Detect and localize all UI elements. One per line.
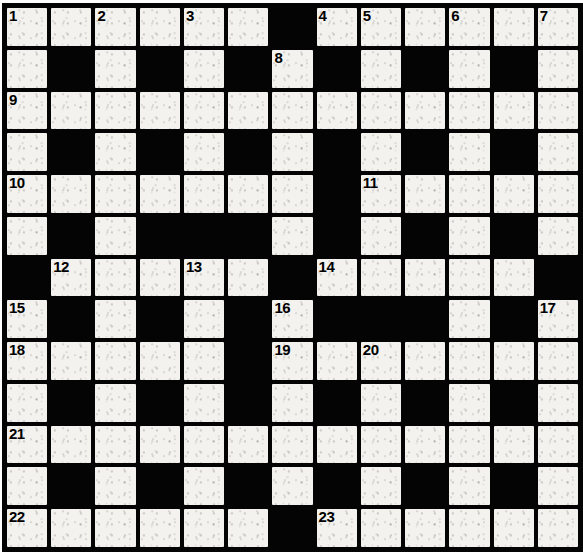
black-square xyxy=(494,384,534,422)
white-square[interactable] xyxy=(405,426,445,464)
black-square xyxy=(184,217,224,255)
white-square[interactable] xyxy=(95,217,135,255)
black-square xyxy=(140,217,180,255)
white-square[interactable] xyxy=(228,92,268,130)
white-square[interactable] xyxy=(361,467,401,505)
white-square[interactable] xyxy=(538,92,578,130)
white-square[interactable]: 2 xyxy=(95,8,135,46)
white-square[interactable]: 20 xyxy=(361,342,401,380)
white-square[interactable] xyxy=(272,175,312,213)
white-square[interactable] xyxy=(272,467,312,505)
white-square[interactable] xyxy=(272,217,312,255)
black-square xyxy=(405,133,445,171)
white-square[interactable] xyxy=(95,175,135,213)
white-square[interactable] xyxy=(449,259,489,297)
black-square xyxy=(494,300,534,338)
white-square[interactable]: 3 xyxy=(184,8,224,46)
white-square[interactable] xyxy=(449,133,489,171)
white-square[interactable] xyxy=(494,509,534,547)
black-square xyxy=(228,384,268,422)
black-square xyxy=(228,50,268,88)
clue-number: 11 xyxy=(363,175,378,191)
clue-number: 23 xyxy=(319,509,335,525)
white-square[interactable] xyxy=(494,259,534,297)
black-square xyxy=(494,50,534,88)
white-square[interactable] xyxy=(405,92,445,130)
white-square[interactable] xyxy=(184,509,224,547)
white-square[interactable]: 5 xyxy=(361,8,401,46)
black-square xyxy=(405,217,445,255)
white-square[interactable] xyxy=(95,384,135,422)
clue-number: 16 xyxy=(274,300,290,316)
white-square[interactable]: 22 xyxy=(7,509,47,547)
white-square[interactable] xyxy=(449,300,489,338)
white-square[interactable] xyxy=(361,426,401,464)
white-square[interactable] xyxy=(361,259,401,297)
white-square[interactable]: 6 xyxy=(449,8,489,46)
white-square[interactable] xyxy=(140,342,180,380)
white-square[interactable]: 21 xyxy=(7,426,47,464)
clue-number: 9 xyxy=(9,92,17,108)
white-square[interactable] xyxy=(361,384,401,422)
white-square[interactable] xyxy=(494,8,534,46)
white-square[interactable] xyxy=(538,217,578,255)
white-square[interactable] xyxy=(272,426,312,464)
black-square xyxy=(361,300,401,338)
white-square[interactable] xyxy=(538,133,578,171)
white-square[interactable] xyxy=(538,426,578,464)
white-square[interactable] xyxy=(494,426,534,464)
white-square[interactable]: 9 xyxy=(7,92,47,130)
black-square xyxy=(140,384,180,422)
black-square xyxy=(272,259,312,297)
white-square[interactable] xyxy=(140,259,180,297)
black-square xyxy=(405,50,445,88)
white-square[interactable] xyxy=(184,50,224,88)
clue-number: 17 xyxy=(540,300,556,316)
white-square[interactable] xyxy=(272,384,312,422)
white-square[interactable] xyxy=(228,426,268,464)
black-square xyxy=(317,467,357,505)
white-square[interactable] xyxy=(140,426,180,464)
clue-number: 13 xyxy=(186,259,202,275)
white-square[interactable] xyxy=(95,467,135,505)
clue-number: 1 xyxy=(9,8,17,24)
white-square[interactable]: 23 xyxy=(317,509,357,547)
white-square[interactable] xyxy=(95,50,135,88)
clue-number: 5 xyxy=(363,8,371,24)
white-square[interactable] xyxy=(51,426,91,464)
white-square[interactable]: 8 xyxy=(272,50,312,88)
black-square xyxy=(7,259,47,297)
white-square[interactable]: 17 xyxy=(538,300,578,338)
clue-number: 2 xyxy=(97,8,105,24)
white-square[interactable] xyxy=(449,92,489,130)
black-square xyxy=(51,50,91,88)
white-square[interactable] xyxy=(7,384,47,422)
white-square[interactable] xyxy=(184,175,224,213)
white-square[interactable] xyxy=(95,426,135,464)
white-square[interactable] xyxy=(317,92,357,130)
black-square xyxy=(272,8,312,46)
white-square[interactable] xyxy=(95,300,135,338)
clue-number: 20 xyxy=(363,342,379,358)
white-square[interactable] xyxy=(405,8,445,46)
white-square[interactable]: 16 xyxy=(272,300,312,338)
white-square[interactable] xyxy=(449,426,489,464)
white-square[interactable] xyxy=(449,50,489,88)
white-square[interactable] xyxy=(449,384,489,422)
clue-number: 6 xyxy=(451,8,459,24)
white-square[interactable] xyxy=(7,217,47,255)
white-square[interactable] xyxy=(95,509,135,547)
black-square xyxy=(405,384,445,422)
black-square xyxy=(228,467,268,505)
black-square xyxy=(140,50,180,88)
black-square xyxy=(140,300,180,338)
white-square[interactable] xyxy=(538,509,578,547)
black-square xyxy=(317,133,357,171)
white-square[interactable] xyxy=(449,217,489,255)
black-square xyxy=(317,50,357,88)
black-square xyxy=(494,467,534,505)
white-square[interactable] xyxy=(538,467,578,505)
white-square[interactable] xyxy=(51,8,91,46)
white-square[interactable] xyxy=(494,92,534,130)
black-square xyxy=(228,342,268,380)
clue-number: 19 xyxy=(274,342,290,358)
white-square[interactable]: 13 xyxy=(184,259,224,297)
black-square xyxy=(494,217,534,255)
white-square[interactable]: 12 xyxy=(51,259,91,297)
crossword-grid: 1234567891011121314151617181920212223 xyxy=(2,3,583,552)
white-square[interactable] xyxy=(140,509,180,547)
white-square[interactable] xyxy=(184,300,224,338)
white-square[interactable]: 1 xyxy=(7,8,47,46)
white-square[interactable] xyxy=(95,92,135,130)
white-square[interactable] xyxy=(184,133,224,171)
white-square[interactable] xyxy=(184,467,224,505)
white-square[interactable] xyxy=(51,175,91,213)
black-square xyxy=(228,217,268,255)
white-square[interactable]: 11 xyxy=(361,175,401,213)
white-square[interactable] xyxy=(95,133,135,171)
white-square[interactable] xyxy=(538,175,578,213)
white-square[interactable]: 7 xyxy=(538,8,578,46)
white-square[interactable] xyxy=(184,92,224,130)
white-square[interactable] xyxy=(405,259,445,297)
white-square[interactable] xyxy=(95,259,135,297)
black-square xyxy=(317,175,357,213)
black-square xyxy=(228,300,268,338)
black-square xyxy=(51,467,91,505)
white-square[interactable] xyxy=(184,342,224,380)
clue-number: 10 xyxy=(9,175,25,191)
black-square xyxy=(317,217,357,255)
white-square[interactable] xyxy=(228,8,268,46)
clue-number: 8 xyxy=(274,50,282,66)
white-square[interactable] xyxy=(7,50,47,88)
crossword-page: 1234567891011121314151617181920212223 xyxy=(0,0,583,552)
white-square[interactable] xyxy=(272,133,312,171)
clue-number: 18 xyxy=(9,342,25,358)
black-square xyxy=(405,467,445,505)
clue-number: 3 xyxy=(186,8,194,24)
white-square[interactable]: 4 xyxy=(317,8,357,46)
clue-number: 4 xyxy=(319,8,327,24)
white-square[interactable] xyxy=(449,342,489,380)
black-square xyxy=(317,300,357,338)
black-square xyxy=(140,133,180,171)
white-square[interactable] xyxy=(228,175,268,213)
white-square[interactable] xyxy=(140,92,180,130)
black-square xyxy=(51,384,91,422)
white-square[interactable] xyxy=(317,426,357,464)
white-square[interactable] xyxy=(361,92,401,130)
white-square[interactable] xyxy=(361,50,401,88)
white-square[interactable]: 15 xyxy=(7,300,47,338)
white-square[interactable] xyxy=(405,342,445,380)
white-square[interactable] xyxy=(538,342,578,380)
white-square[interactable] xyxy=(317,342,357,380)
white-square[interactable] xyxy=(7,467,47,505)
black-square xyxy=(51,133,91,171)
white-square[interactable] xyxy=(51,509,91,547)
white-square[interactable]: 18 xyxy=(7,342,47,380)
white-square[interactable] xyxy=(449,467,489,505)
white-square[interactable] xyxy=(51,342,91,380)
white-square[interactable] xyxy=(361,509,401,547)
white-square[interactable] xyxy=(449,509,489,547)
white-square[interactable] xyxy=(361,217,401,255)
white-square[interactable] xyxy=(51,92,91,130)
white-square[interactable] xyxy=(494,175,534,213)
black-square xyxy=(51,300,91,338)
black-square xyxy=(317,384,357,422)
white-square[interactable] xyxy=(184,426,224,464)
white-square[interactable] xyxy=(140,175,180,213)
clue-number: 21 xyxy=(9,426,25,442)
black-square xyxy=(405,300,445,338)
black-square xyxy=(140,467,180,505)
white-square[interactable] xyxy=(538,50,578,88)
white-square[interactable] xyxy=(228,259,268,297)
white-square[interactable] xyxy=(140,8,180,46)
white-square[interactable]: 14 xyxy=(317,259,357,297)
clue-number: 14 xyxy=(319,259,335,275)
white-square[interactable] xyxy=(228,509,268,547)
white-square[interactable] xyxy=(449,175,489,213)
black-square xyxy=(494,133,534,171)
clue-number: 15 xyxy=(9,300,25,316)
white-square[interactable]: 10 xyxy=(7,175,47,213)
white-square[interactable] xyxy=(538,384,578,422)
black-square xyxy=(228,133,268,171)
white-square[interactable] xyxy=(405,175,445,213)
black-square xyxy=(51,217,91,255)
white-square[interactable]: 19 xyxy=(272,342,312,380)
clue-number: 22 xyxy=(9,509,25,525)
black-square xyxy=(272,509,312,547)
clue-number: 7 xyxy=(540,8,548,24)
white-square[interactable] xyxy=(184,384,224,422)
white-square[interactable] xyxy=(95,342,135,380)
clue-number: 12 xyxy=(53,259,69,275)
black-square xyxy=(538,259,578,297)
white-square[interactable] xyxy=(272,92,312,130)
white-square[interactable] xyxy=(361,133,401,171)
white-square[interactable] xyxy=(494,342,534,380)
white-square[interactable] xyxy=(7,133,47,171)
white-square[interactable] xyxy=(405,509,445,547)
